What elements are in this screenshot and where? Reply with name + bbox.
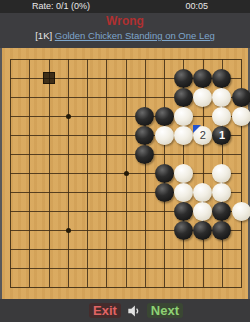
white-stone <box>212 88 231 107</box>
black-stone <box>174 221 193 240</box>
black-stone <box>232 88 250 107</box>
black-stone <box>135 107 154 126</box>
result-text: Wrong <box>0 14 250 29</box>
star-point <box>66 228 71 233</box>
black-stone <box>135 145 154 164</box>
black-stone <box>193 69 212 88</box>
go-board[interactable]: 21 <box>2 48 248 299</box>
rate-text: Rate: 0/1 (0%) <box>32 0 90 13</box>
grid-line-horizontal <box>10 268 241 269</box>
black-stone <box>174 69 193 88</box>
black-stone <box>174 88 193 107</box>
black-stone-move-1: 1 <box>212 126 231 145</box>
white-stone <box>193 88 212 107</box>
white-stone <box>174 183 193 202</box>
last-move-flag-icon <box>193 125 201 133</box>
timer-text: 00:05 <box>185 0 208 13</box>
white-stone <box>174 126 193 145</box>
top-bar: Rate: 0/1 (0%) 00:05 <box>0 0 250 13</box>
black-stone <box>193 221 212 240</box>
white-stone <box>212 107 231 126</box>
white-stone <box>232 107 250 126</box>
black-stone <box>155 164 174 183</box>
speaker-icon[interactable] <box>127 304 141 318</box>
white-stone <box>193 202 212 221</box>
grid-line-horizontal <box>10 249 241 250</box>
rank-badge: [1K] <box>35 30 52 41</box>
white-stone <box>155 126 174 145</box>
white-stone <box>232 202 250 221</box>
wrong-move-marker <box>43 72 55 84</box>
star-point <box>66 114 71 119</box>
problem-title-row: [1K] Golden Chicken Standing on One Leg <box>0 29 250 42</box>
bottom-bar: Exit Next <box>0 299 250 322</box>
black-stone <box>212 69 231 88</box>
app-root: { "header": { "rate_label": "Rate: 0/1 (… <box>0 0 250 322</box>
black-stone <box>212 202 231 221</box>
white-stone <box>193 183 212 202</box>
star-point <box>124 171 129 176</box>
white-stone <box>212 183 231 202</box>
status-panel: Wrong [1K] Golden Chicken Standing on On… <box>0 13 250 48</box>
black-stone <box>155 183 174 202</box>
black-stone <box>212 221 231 240</box>
grid-line-vertical <box>145 59 146 287</box>
white-stone <box>174 164 193 183</box>
board-wrapper: 21 <box>0 48 250 299</box>
next-button[interactable]: Next <box>147 303 183 318</box>
white-stone <box>212 164 231 183</box>
white-stone <box>174 107 193 126</box>
bottom-controls: Exit Next <box>89 303 183 318</box>
black-stone <box>155 107 174 126</box>
exit-button[interactable]: Exit <box>89 303 121 318</box>
black-stone <box>135 126 154 145</box>
problem-link[interactable]: Golden Chicken Standing on One Leg <box>55 30 215 41</box>
black-stone <box>174 202 193 221</box>
